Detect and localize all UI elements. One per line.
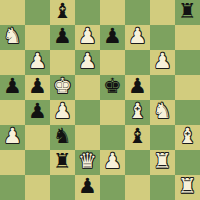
square-g2[interactable]: ♜ xyxy=(150,150,175,175)
white-rook-piece: ♜ xyxy=(178,175,197,199)
white-pawn-piece: ♟ xyxy=(3,125,22,149)
black-knight-piece: ♞ xyxy=(53,125,72,149)
black-rook-piece: ♜ xyxy=(53,150,72,174)
square-b7[interactable] xyxy=(25,25,50,50)
square-a1[interactable] xyxy=(0,175,25,200)
square-b8[interactable] xyxy=(25,0,50,25)
square-g8[interactable] xyxy=(150,0,175,25)
black-pawn-piece: ♟ xyxy=(53,25,72,49)
square-c6[interactable] xyxy=(50,50,75,75)
square-h2[interactable] xyxy=(175,150,200,175)
square-d1[interactable]: ♟ xyxy=(75,175,100,200)
square-b1[interactable] xyxy=(25,175,50,200)
square-a4[interactable] xyxy=(0,100,25,125)
square-d3[interactable] xyxy=(75,125,100,150)
square-g3[interactable] xyxy=(150,125,175,150)
white-queen-piece: ♛ xyxy=(78,150,97,174)
square-h4[interactable] xyxy=(175,100,200,125)
square-d8[interactable] xyxy=(75,0,100,25)
black-pawn-piece: ♟ xyxy=(78,175,97,199)
square-c1[interactable] xyxy=(50,175,75,200)
square-f4[interactable]: ♝ xyxy=(125,100,150,125)
white-knight-piece: ♞ xyxy=(3,25,22,49)
square-b3[interactable] xyxy=(25,125,50,150)
square-e4[interactable] xyxy=(100,100,125,125)
square-d5[interactable] xyxy=(75,75,100,100)
black-rook-piece: ♜ xyxy=(178,0,197,24)
square-f8[interactable] xyxy=(125,0,150,25)
square-e3[interactable] xyxy=(100,125,125,150)
square-h3[interactable]: ♝ xyxy=(175,125,200,150)
white-pawn-piece: ♟ xyxy=(78,25,97,49)
white-pawn-piece: ♟ xyxy=(78,50,97,74)
white-pawn-piece: ♟ xyxy=(28,50,47,74)
square-h6[interactable] xyxy=(175,50,200,75)
square-d4[interactable] xyxy=(75,100,100,125)
square-d7[interactable]: ♟ xyxy=(75,25,100,50)
square-a3[interactable]: ♟ xyxy=(0,125,25,150)
square-d6[interactable]: ♟ xyxy=(75,50,100,75)
square-e1[interactable] xyxy=(100,175,125,200)
black-pawn-piece: ♟ xyxy=(3,75,22,99)
square-b4[interactable]: ♟ xyxy=(25,100,50,125)
square-h8[interactable]: ♜ xyxy=(175,0,200,25)
square-g4[interactable]: ♞ xyxy=(150,100,175,125)
white-bishop-piece: ♝ xyxy=(128,100,147,124)
square-f7[interactable]: ♟ xyxy=(125,25,150,50)
square-c7[interactable]: ♟ xyxy=(50,25,75,50)
white-king-piece: ♚ xyxy=(53,75,72,99)
square-e7[interactable]: ♟ xyxy=(100,25,125,50)
square-h1[interactable]: ♜ xyxy=(175,175,200,200)
square-b5[interactable]: ♟ xyxy=(25,75,50,100)
square-g1[interactable] xyxy=(150,175,175,200)
square-a5[interactable]: ♟ xyxy=(0,75,25,100)
chess-board: ♝♜♞♟♟♟♟♟♟♟♟♟♚♚♟♟♟♝♞♟♞♝♝♜♛♟♜♟♜ xyxy=(0,0,200,200)
white-pawn-piece: ♟ xyxy=(53,100,72,124)
square-g6[interactable]: ♟ xyxy=(150,50,175,75)
black-pawn-piece: ♟ xyxy=(103,25,122,49)
white-knight-piece: ♞ xyxy=(153,100,172,124)
square-a2[interactable] xyxy=(0,150,25,175)
black-pawn-piece: ♟ xyxy=(28,75,47,99)
square-e2[interactable]: ♟ xyxy=(100,150,125,175)
square-f5[interactable]: ♟ xyxy=(125,75,150,100)
square-c4[interactable]: ♟ xyxy=(50,100,75,125)
black-pawn-piece: ♟ xyxy=(128,75,147,99)
square-g7[interactable] xyxy=(150,25,175,50)
black-king-piece: ♚ xyxy=(103,75,122,99)
square-f6[interactable] xyxy=(125,50,150,75)
square-c2[interactable]: ♜ xyxy=(50,150,75,175)
white-pawn-piece: ♟ xyxy=(103,150,122,174)
square-a7[interactable]: ♞ xyxy=(0,25,25,50)
white-pawn-piece: ♟ xyxy=(128,25,147,49)
square-g5[interactable] xyxy=(150,75,175,100)
square-h5[interactable] xyxy=(175,75,200,100)
square-f1[interactable] xyxy=(125,175,150,200)
square-a8[interactable] xyxy=(0,0,25,25)
square-c8[interactable]: ♝ xyxy=(50,0,75,25)
square-a6[interactable] xyxy=(0,50,25,75)
square-f2[interactable] xyxy=(125,150,150,175)
white-rook-piece: ♜ xyxy=(153,150,172,174)
square-c5[interactable]: ♚ xyxy=(50,75,75,100)
square-e6[interactable] xyxy=(100,50,125,75)
square-c3[interactable]: ♞ xyxy=(50,125,75,150)
square-h7[interactable] xyxy=(175,25,200,50)
white-bishop-piece: ♝ xyxy=(178,125,197,149)
black-bishop-piece: ♝ xyxy=(128,125,147,149)
square-f3[interactable]: ♝ xyxy=(125,125,150,150)
square-d2[interactable]: ♛ xyxy=(75,150,100,175)
white-pawn-piece: ♟ xyxy=(153,50,172,74)
square-e5[interactable]: ♚ xyxy=(100,75,125,100)
black-bishop-piece: ♝ xyxy=(53,0,72,24)
square-b2[interactable] xyxy=(25,150,50,175)
black-pawn-piece: ♟ xyxy=(28,100,47,124)
square-e8[interactable] xyxy=(100,0,125,25)
square-b6[interactable]: ♟ xyxy=(25,50,50,75)
